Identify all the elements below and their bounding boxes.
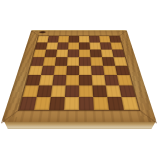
square-h4[interactable] xyxy=(115,66,130,75)
square-c7[interactable] xyxy=(57,42,68,49)
square-e5[interactable] xyxy=(79,57,91,65)
square-h5[interactable] xyxy=(113,57,127,65)
square-d6[interactable] xyxy=(68,50,79,58)
square-e6[interactable] xyxy=(79,50,90,58)
square-e2[interactable] xyxy=(79,85,93,97)
square-h2[interactable] xyxy=(119,85,135,97)
square-e1[interactable] xyxy=(79,97,94,110)
square-c6[interactable] xyxy=(56,50,68,58)
square-d3[interactable] xyxy=(66,75,79,85)
chessboard-photo xyxy=(0,0,160,160)
square-d4[interactable] xyxy=(66,66,79,75)
board-frame xyxy=(1,30,156,122)
square-c3[interactable] xyxy=(52,75,66,85)
board-grid xyxy=(19,36,139,110)
square-h3[interactable] xyxy=(117,75,132,85)
square-c1[interactable] xyxy=(49,97,65,110)
square-c5[interactable] xyxy=(55,57,68,65)
square-e4[interactable] xyxy=(79,66,92,75)
square-h7[interactable] xyxy=(111,42,123,49)
square-c2[interactable] xyxy=(51,85,66,97)
square-d5[interactable] xyxy=(67,57,79,65)
square-d7[interactable] xyxy=(68,42,79,49)
square-h6[interactable] xyxy=(112,50,125,58)
square-c4[interactable] xyxy=(54,66,67,75)
square-d1[interactable] xyxy=(64,97,79,110)
square-e7[interactable] xyxy=(79,42,90,49)
square-e3[interactable] xyxy=(79,75,92,85)
chessboard xyxy=(1,30,156,122)
square-d2[interactable] xyxy=(65,85,79,97)
